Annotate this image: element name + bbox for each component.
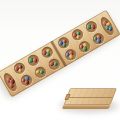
stone-green <box>61 42 67 48</box>
stone-green <box>82 46 88 52</box>
stone-blue <box>108 26 114 32</box>
pit-bottom-4[interactable] <box>63 47 78 62</box>
pit-bottom-5[interactable] <box>77 39 92 54</box>
stone-green <box>53 61 59 67</box>
stone-amber <box>75 34 81 40</box>
stone-red <box>90 24 96 30</box>
stone-darkred <box>24 79 30 85</box>
stone-green <box>39 69 45 75</box>
pit-bottom-2[interactable] <box>32 65 47 80</box>
folded-board-front-edge <box>62 105 111 109</box>
stone-green <box>45 52 51 58</box>
folded-board-seam <box>67 97 113 98</box>
stone-amber <box>17 68 23 74</box>
stone-amber <box>68 54 74 60</box>
folded-closed-board <box>63 88 117 105</box>
stone-blue <box>96 38 102 44</box>
open-mancala-board <box>0 9 120 97</box>
pit-bottom-1[interactable] <box>18 73 33 88</box>
product-photo-scene <box>0 0 120 120</box>
stone-red <box>32 57 38 63</box>
